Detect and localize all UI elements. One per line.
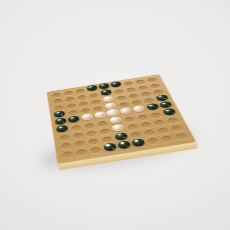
attacker-stone[interactable] [55, 124, 67, 132]
attacker-stone[interactable] [99, 89, 111, 96]
attacker-stone[interactable] [155, 94, 169, 101]
attacker-stone[interactable] [114, 131, 128, 140]
photo-background [0, 0, 230, 230]
attacker-stone[interactable] [109, 80, 121, 87]
defender-stone[interactable] [132, 104, 145, 112]
attacker-stone[interactable] [67, 115, 79, 123]
attacker-stone[interactable] [130, 137, 145, 146]
attacker-stone[interactable] [54, 117, 66, 125]
attacker-stone[interactable] [161, 107, 175, 115]
tablut-board [46, 74, 195, 163]
defender-stone[interactable] [102, 95, 114, 102]
attacker-stone[interactable] [116, 140, 130, 149]
attacker-stone[interactable] [145, 102, 159, 110]
king-stone[interactable] [105, 108, 121, 118]
attacker-stone[interactable] [158, 100, 172, 108]
attacker-stone[interactable] [85, 84, 97, 91]
attacker-stone[interactable] [102, 142, 116, 151]
attacker-stone[interactable] [53, 110, 65, 118]
defender-stone[interactable] [111, 123, 125, 131]
attacker-stone[interactable] [97, 82, 109, 89]
defender-stone[interactable] [93, 111, 106, 119]
defender-stone[interactable] [80, 113, 92, 121]
defender-stone[interactable] [119, 107, 132, 115]
